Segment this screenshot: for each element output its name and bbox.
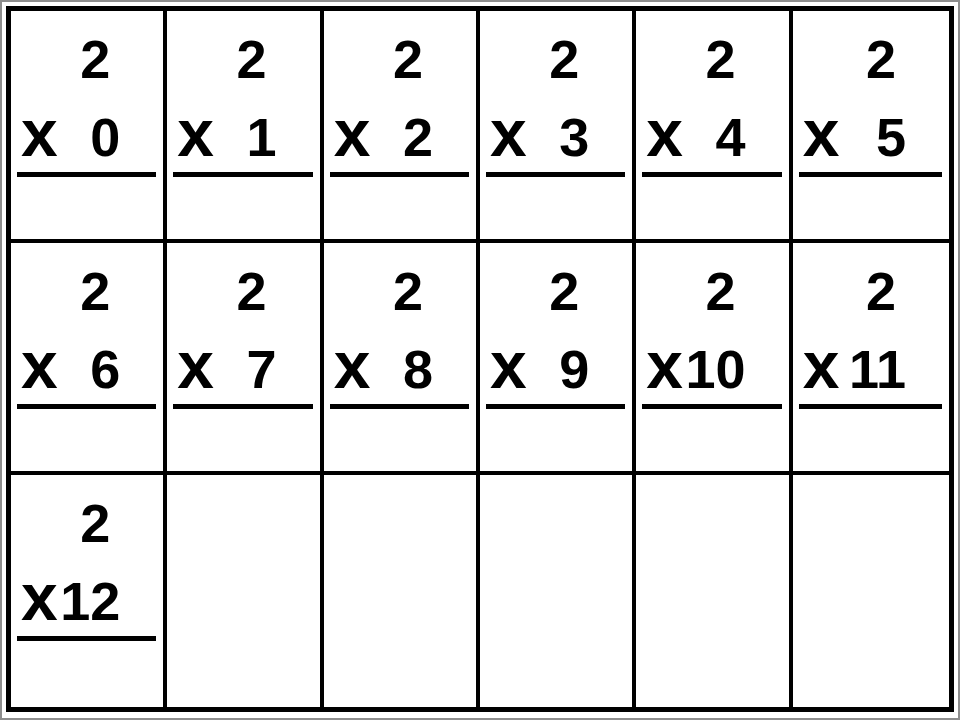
multiplication-problem: 2 x 11	[799, 263, 942, 475]
multiplication-problem: 2 x 6	[17, 263, 156, 475]
times-sign: x	[21, 337, 58, 393]
answer-space	[799, 409, 942, 475]
multiplier: 0	[90, 109, 120, 165]
multiplication-problem: 2 x 8	[330, 263, 469, 475]
multiplicand: 2	[330, 31, 469, 87]
answer-space	[330, 409, 469, 475]
multiplication-problem: 2 x 0	[17, 31, 156, 243]
answer-space	[17, 409, 156, 475]
multiplicand: 2	[17, 495, 156, 551]
multiplier: 6	[90, 341, 120, 397]
multiplication-problem: 2 x 2	[330, 31, 469, 243]
multiplicand: 2	[486, 263, 625, 319]
times-sign: x	[490, 337, 527, 393]
times-sign: x	[646, 105, 683, 161]
multiplication-problem: 2 x 12	[17, 495, 156, 707]
empty-cell	[793, 475, 949, 707]
answer-space	[486, 409, 625, 475]
times-sign: x	[803, 337, 840, 393]
multiplier: 10	[686, 341, 746, 397]
multiplier-line: x 0	[17, 105, 156, 165]
multiplier-line: x 10	[642, 337, 781, 397]
times-sign: x	[21, 569, 58, 625]
multiplier: 7	[247, 341, 277, 397]
multiplier: 12	[60, 573, 120, 629]
answer-space	[642, 409, 781, 475]
multiplicand: 2	[173, 263, 312, 319]
multiplication-problem: 2 x 7	[173, 263, 312, 475]
empty-cell	[480, 475, 636, 707]
multiplicand: 2	[17, 31, 156, 87]
answer-space	[17, 177, 156, 243]
multiplier-line: x 2	[330, 105, 469, 165]
multiplication-problem: 2 x 9	[486, 263, 625, 475]
multiplier: 2	[403, 109, 433, 165]
multiplier: 8	[403, 341, 433, 397]
times-sign: x	[334, 337, 371, 393]
answer-space	[486, 177, 625, 243]
multiplier-line: x 5	[799, 105, 942, 165]
answer-space	[173, 177, 312, 243]
multiplicand: 2	[173, 31, 312, 87]
multiplication-problem: 2 x 3	[486, 31, 625, 243]
problem-cell: 2 x 0	[11, 11, 167, 243]
multiplier-line: x 3	[486, 105, 625, 165]
answer-space	[173, 409, 312, 475]
answer-space	[330, 177, 469, 243]
answer-space	[642, 177, 781, 243]
problem-cell: 2 x 10	[636, 243, 792, 475]
problem-cell: 2 x 4	[636, 11, 792, 243]
multiplier-line: x 8	[330, 337, 469, 397]
multiplier: 5	[876, 109, 906, 165]
multiplier-line: x 6	[17, 337, 156, 397]
problem-cell: 2 x 5	[793, 11, 949, 243]
times-sign: x	[334, 105, 371, 161]
multiplication-problem: 2 x 5	[799, 31, 942, 243]
times-sign: x	[21, 105, 58, 161]
times-sign: x	[177, 337, 214, 393]
worksheet-page: 2 x 0 2 x 1 2	[0, 0, 960, 720]
problem-cell: 2 x 11	[793, 243, 949, 475]
multiplicand: 2	[642, 31, 781, 87]
problem-cell: 2 x 9	[480, 243, 636, 475]
times-sign: x	[177, 105, 214, 161]
multiplication-problem: 2 x 4	[642, 31, 781, 243]
answer-space	[17, 641, 156, 707]
problem-cell: 2 x 7	[167, 243, 323, 475]
multiplier-line: x 11	[799, 337, 942, 397]
multiplicand: 2	[17, 263, 156, 319]
multiplier: 3	[559, 109, 589, 165]
problem-cell: 2 x 1	[167, 11, 323, 243]
problem-cell: 2 x 6	[11, 243, 167, 475]
multiplicand: 2	[799, 31, 942, 87]
multiplier-line: x 9	[486, 337, 625, 397]
multiplication-problem: 2 x 10	[642, 263, 781, 475]
multiplier: 9	[559, 341, 589, 397]
multiplier: 11	[849, 341, 906, 397]
times-sign: x	[646, 337, 683, 393]
problem-cell: 2 x 8	[324, 243, 480, 475]
multiplication-problem: 2 x 1	[173, 31, 312, 243]
empty-cell	[636, 475, 792, 707]
multiplicand: 2	[642, 263, 781, 319]
multiplier: 1	[247, 109, 277, 165]
multiplier-line: x 12	[17, 569, 156, 629]
multiplicand: 2	[486, 31, 625, 87]
worksheet-grid: 2 x 0 2 x 1 2	[6, 6, 954, 712]
times-sign: x	[490, 105, 527, 161]
problem-cell: 2 x 2	[324, 11, 480, 243]
answer-space	[799, 177, 942, 243]
problem-cell: 2 x 12	[11, 475, 167, 707]
multiplicand: 2	[799, 263, 942, 319]
problem-cell: 2 x 3	[480, 11, 636, 243]
multiplicand: 2	[330, 263, 469, 319]
empty-cell	[324, 475, 480, 707]
multiplier-line: x 4	[642, 105, 781, 165]
times-sign: x	[803, 105, 840, 161]
multiplier-line: x 1	[173, 105, 312, 165]
multiplier: 4	[716, 109, 746, 165]
multiplier-line: x 7	[173, 337, 312, 397]
empty-cell	[167, 475, 323, 707]
